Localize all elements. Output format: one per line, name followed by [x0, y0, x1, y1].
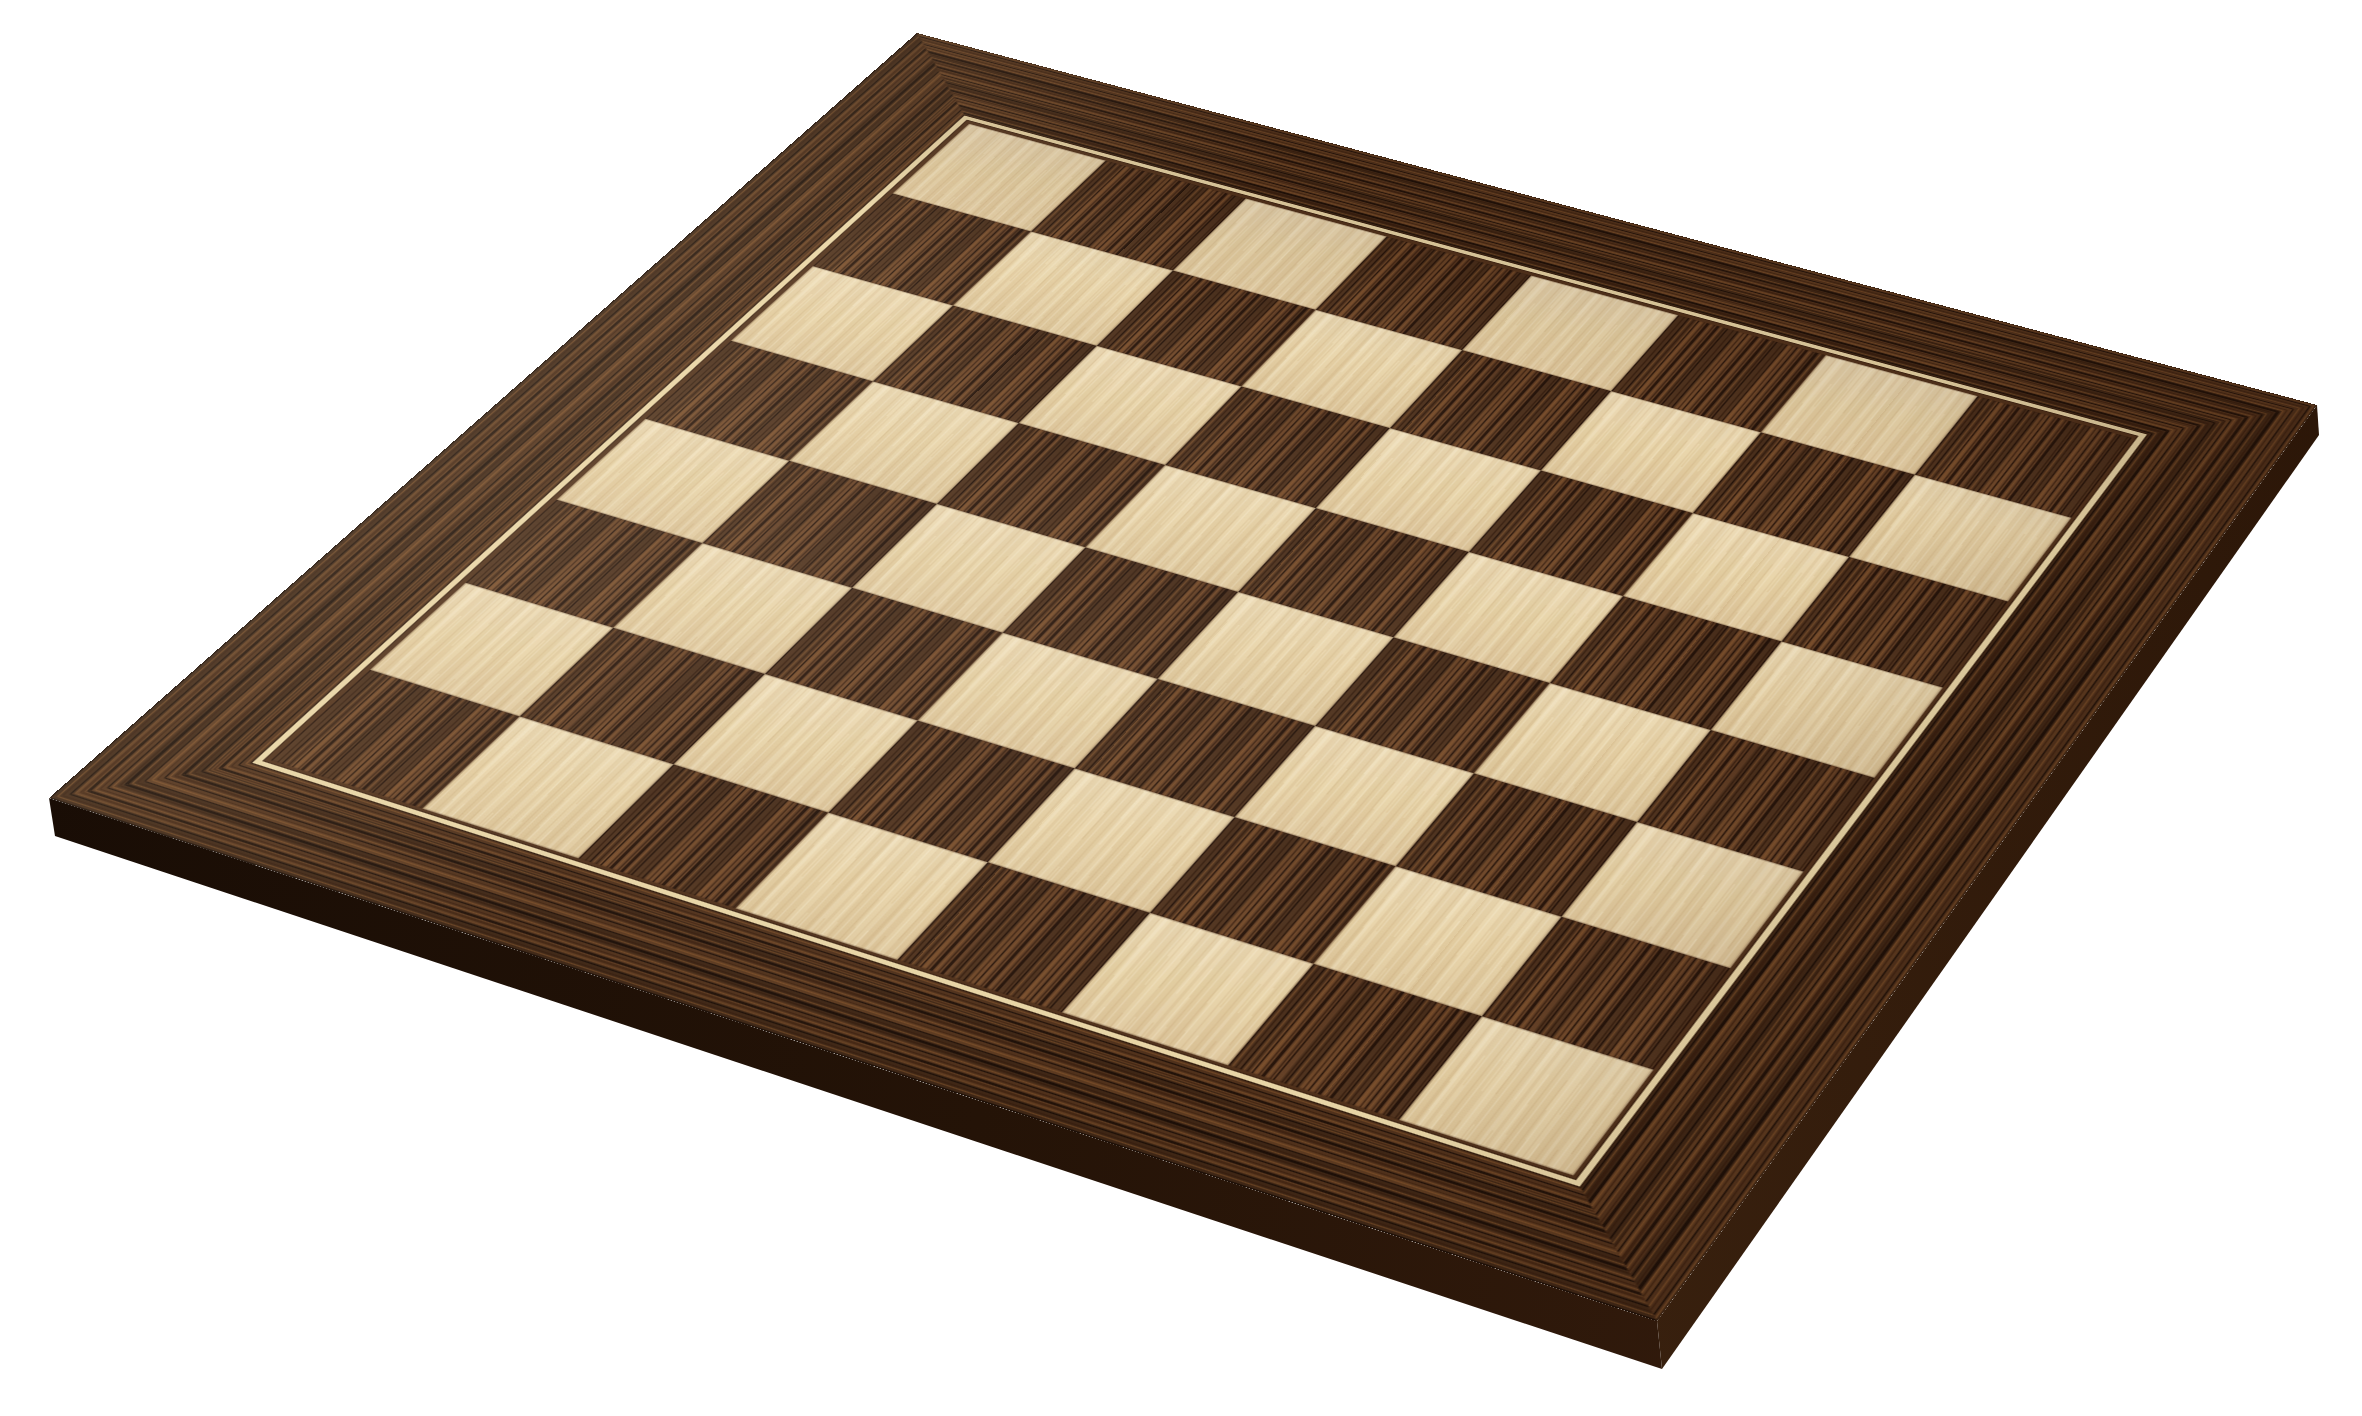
chess-board [49, 33, 2317, 1321]
product-photo [0, 0, 2362, 1416]
